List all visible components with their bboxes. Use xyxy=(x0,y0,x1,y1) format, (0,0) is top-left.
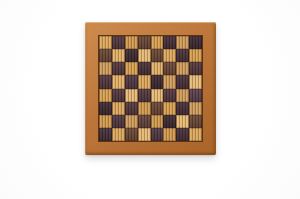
board-cell xyxy=(163,89,176,102)
board-cell xyxy=(176,89,189,102)
checkerboard-grid xyxy=(99,36,202,141)
board-cell xyxy=(138,89,151,102)
board-cell xyxy=(99,49,112,62)
board-cell xyxy=(163,36,176,49)
board-cell xyxy=(176,102,189,115)
board-cell xyxy=(99,89,112,102)
board-cell xyxy=(176,62,189,75)
board-cell xyxy=(112,102,125,115)
board-cell xyxy=(138,128,151,141)
board-cell xyxy=(176,128,189,141)
board-cell xyxy=(99,102,112,115)
board-cell xyxy=(151,102,164,115)
board-cell xyxy=(151,36,164,49)
board-cell xyxy=(189,89,202,102)
board-cell xyxy=(189,75,202,88)
board-cell xyxy=(163,102,176,115)
board-cell xyxy=(99,115,112,128)
board-cell xyxy=(163,62,176,75)
board-cell xyxy=(99,62,112,75)
board-cell xyxy=(125,62,138,75)
board-cell xyxy=(176,49,189,62)
board-cell xyxy=(125,75,138,88)
board-inner-well xyxy=(98,35,203,142)
board-cell xyxy=(138,62,151,75)
board-cell xyxy=(112,115,125,128)
board-cell xyxy=(189,115,202,128)
board-cell xyxy=(151,128,164,141)
board-cell xyxy=(125,89,138,102)
board-cell xyxy=(189,49,202,62)
board-cell xyxy=(151,115,164,128)
board-cell xyxy=(151,89,164,102)
board-cell xyxy=(151,49,164,62)
board-cell xyxy=(99,75,112,88)
board-cell xyxy=(151,62,164,75)
board-cell xyxy=(112,75,125,88)
board-cell xyxy=(189,62,202,75)
board-cell xyxy=(125,128,138,141)
board-cell xyxy=(112,128,125,141)
board-cell xyxy=(163,75,176,88)
board-cell xyxy=(112,62,125,75)
board-cell xyxy=(138,75,151,88)
board-cell xyxy=(125,36,138,49)
board-cell xyxy=(125,49,138,62)
board-cell xyxy=(151,75,164,88)
board-cell xyxy=(189,128,202,141)
board-cell xyxy=(138,36,151,49)
board-cell xyxy=(189,102,202,115)
board-cell xyxy=(138,102,151,115)
board-cell xyxy=(189,36,202,49)
board-cell xyxy=(138,49,151,62)
board-cell xyxy=(125,115,138,128)
wooden-frame xyxy=(85,22,216,155)
board-cell xyxy=(138,115,151,128)
board-cell xyxy=(176,75,189,88)
board-cell xyxy=(112,89,125,102)
photo-background xyxy=(0,0,300,199)
board-cell xyxy=(163,115,176,128)
board-cell xyxy=(176,36,189,49)
board-cell xyxy=(163,128,176,141)
board-cell xyxy=(112,36,125,49)
board-cell xyxy=(99,128,112,141)
board-cell xyxy=(112,49,125,62)
board-cell xyxy=(163,49,176,62)
board-cell xyxy=(125,102,138,115)
board-cell xyxy=(176,115,189,128)
board-cell xyxy=(99,36,112,49)
